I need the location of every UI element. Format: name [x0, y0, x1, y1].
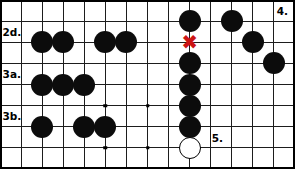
black-stone	[73, 74, 95, 96]
label-3b: 3b.	[2, 111, 21, 122]
star-point-icon	[146, 104, 150, 108]
black-stone	[179, 116, 201, 138]
black-stone	[115, 31, 137, 53]
black-stone	[31, 116, 53, 138]
black-stone	[242, 31, 264, 53]
black-stone	[179, 74, 201, 96]
black-stone	[73, 116, 95, 138]
black-stone	[221, 10, 243, 32]
star-point-icon	[104, 104, 108, 108]
label-5: 5.	[212, 132, 223, 143]
black-stone	[52, 74, 74, 96]
grid-hline	[0, 21, 295, 22]
white-stone	[179, 137, 201, 159]
go-board-diagram: ✖2d.3a.3b.4.5.	[0, 0, 295, 169]
black-stone	[31, 74, 53, 96]
label-3a: 3a.	[3, 69, 21, 80]
star-point-icon	[104, 146, 108, 150]
label-4: 4.	[277, 5, 288, 16]
grid-hline	[0, 63, 295, 64]
label-2d: 2d.	[2, 26, 21, 37]
black-stone	[179, 10, 201, 32]
black-stone	[179, 52, 201, 74]
black-stone	[94, 116, 116, 138]
star-point-icon	[146, 146, 150, 150]
black-stone	[263, 52, 285, 74]
black-stone	[52, 31, 74, 53]
x-mark-icon: ✖	[181, 32, 198, 52]
black-stone	[179, 95, 201, 117]
black-stone	[94, 31, 116, 53]
black-stone	[31, 31, 53, 53]
